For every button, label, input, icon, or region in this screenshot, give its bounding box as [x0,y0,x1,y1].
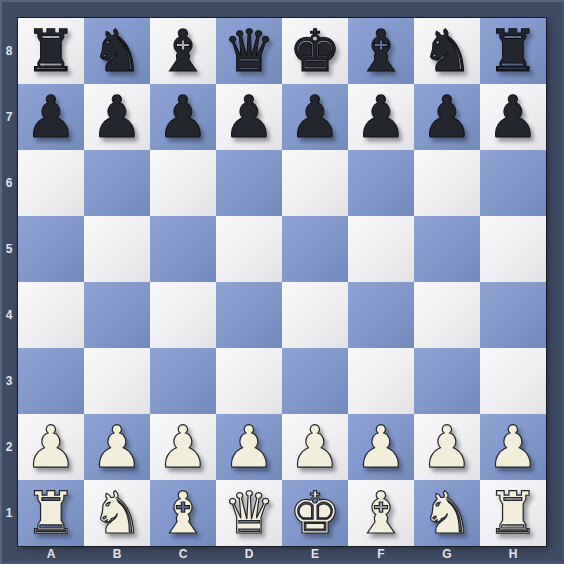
file-label-g: G [414,547,480,563]
square-e3[interactable] [282,348,348,414]
square-d6[interactable] [216,150,282,216]
rank-label-2: 2 [0,414,18,480]
file-label-f: F [348,547,414,563]
square-g6[interactable] [414,150,480,216]
black-pawn: ♟ [157,88,209,146]
square-a4[interactable] [18,282,84,348]
square-f1[interactable]: ♝ [348,480,414,546]
square-e5[interactable] [282,216,348,282]
square-g1[interactable]: ♞ [414,480,480,546]
white-bishop: ♝ [157,484,209,542]
file-label-b: B [84,547,150,563]
square-h4[interactable] [480,282,546,348]
square-b4[interactable] [84,282,150,348]
file-label-e: E [282,547,348,563]
white-rook: ♜ [25,484,77,542]
square-f4[interactable] [348,282,414,348]
rank-label-5: 5 [0,216,18,282]
square-b5[interactable] [84,216,150,282]
square-c3[interactable] [150,348,216,414]
square-h6[interactable] [480,150,546,216]
rank-label-8: 8 [0,18,18,84]
square-c2[interactable]: ♟ [150,414,216,480]
square-c8[interactable]: ♝ [150,18,216,84]
square-a3[interactable] [18,348,84,414]
white-pawn: ♟ [487,418,539,476]
square-c7[interactable]: ♟ [150,84,216,150]
black-pawn: ♟ [421,88,473,146]
file-label-d: D [216,547,282,563]
square-a8[interactable]: ♜ [18,18,84,84]
white-pawn: ♟ [289,418,341,476]
black-knight: ♞ [421,22,473,80]
square-g5[interactable] [414,216,480,282]
white-pawn: ♟ [25,418,77,476]
square-d2[interactable]: ♟ [216,414,282,480]
rank-label-1: 1 [0,480,18,546]
white-knight: ♞ [421,484,473,542]
square-d8[interactable]: ♛ [216,18,282,84]
square-c4[interactable] [150,282,216,348]
black-pawn: ♟ [25,88,77,146]
rank-label-3: 3 [0,348,18,414]
square-g4[interactable] [414,282,480,348]
square-a1[interactable]: ♜ [18,480,84,546]
square-c1[interactable]: ♝ [150,480,216,546]
square-g7[interactable]: ♟ [414,84,480,150]
black-bishop: ♝ [355,22,407,80]
chess-board: ♜♞♝♛♚♝♞♜♟♟♟♟♟♟♟♟♟♟♟♟♟♟♟♟♜♞♝♛♚♝♞♜ [18,18,546,546]
file-label-h: H [480,547,546,563]
file-label-a: A [18,547,84,563]
square-f5[interactable] [348,216,414,282]
square-f3[interactable] [348,348,414,414]
square-f7[interactable]: ♟ [348,84,414,150]
black-knight: ♞ [91,22,143,80]
square-d7[interactable]: ♟ [216,84,282,150]
square-h3[interactable] [480,348,546,414]
square-c6[interactable] [150,150,216,216]
black-pawn: ♟ [223,88,275,146]
square-b7[interactable]: ♟ [84,84,150,150]
square-b6[interactable] [84,150,150,216]
black-pawn: ♟ [487,88,539,146]
square-d5[interactable] [216,216,282,282]
square-g8[interactable]: ♞ [414,18,480,84]
white-pawn: ♟ [223,418,275,476]
square-d3[interactable] [216,348,282,414]
square-d1[interactable]: ♛ [216,480,282,546]
square-e6[interactable] [282,150,348,216]
square-f6[interactable] [348,150,414,216]
white-king: ♚ [289,484,341,542]
square-c5[interactable] [150,216,216,282]
white-rook: ♜ [487,484,539,542]
file-label-c: C [150,547,216,563]
black-pawn: ♟ [355,88,407,146]
black-rook: ♜ [487,22,539,80]
square-b1[interactable]: ♞ [84,480,150,546]
square-f2[interactable]: ♟ [348,414,414,480]
board-frame: ♜♞♝♛♚♝♞♜♟♟♟♟♟♟♟♟♟♟♟♟♟♟♟♟♜♞♝♛♚♝♞♜ 8765432… [0,0,564,564]
white-pawn: ♟ [355,418,407,476]
square-g2[interactable]: ♟ [414,414,480,480]
square-e4[interactable] [282,282,348,348]
rank-label-7: 7 [0,84,18,150]
black-bishop: ♝ [157,22,209,80]
square-a2[interactable]: ♟ [18,414,84,480]
square-g3[interactable] [414,348,480,414]
rank-label-6: 6 [0,150,18,216]
black-queen: ♛ [223,22,275,80]
square-b3[interactable] [84,348,150,414]
square-f8[interactable]: ♝ [348,18,414,84]
white-knight: ♞ [91,484,143,542]
square-a5[interactable] [18,216,84,282]
square-a7[interactable]: ♟ [18,84,84,150]
square-e7[interactable]: ♟ [282,84,348,150]
square-e8[interactable]: ♚ [282,18,348,84]
square-h1[interactable]: ♜ [480,480,546,546]
square-a6[interactable] [18,150,84,216]
square-h8[interactable]: ♜ [480,18,546,84]
square-b2[interactable]: ♟ [84,414,150,480]
black-pawn: ♟ [91,88,143,146]
black-rook: ♜ [25,22,77,80]
black-king: ♚ [289,22,341,80]
square-b8[interactable]: ♞ [84,18,150,84]
black-pawn: ♟ [289,88,341,146]
square-h7[interactable]: ♟ [480,84,546,150]
square-d4[interactable] [216,282,282,348]
white-queen: ♛ [223,484,275,542]
white-pawn: ♟ [421,418,473,476]
square-h2[interactable]: ♟ [480,414,546,480]
square-e1[interactable]: ♚ [282,480,348,546]
square-h5[interactable] [480,216,546,282]
white-pawn: ♟ [91,418,143,476]
white-bishop: ♝ [355,484,407,542]
rank-label-4: 4 [0,282,18,348]
square-e2[interactable]: ♟ [282,414,348,480]
white-pawn: ♟ [157,418,209,476]
